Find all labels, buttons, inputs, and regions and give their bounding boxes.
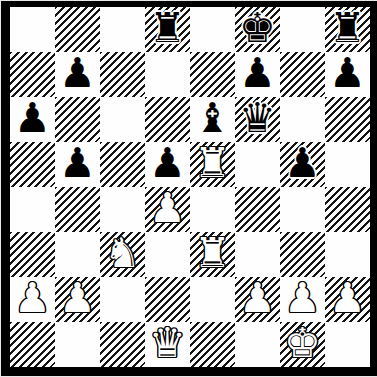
- square-h2[interactable]: ♟: [325, 277, 370, 322]
- square-b2[interactable]: ♟: [55, 277, 100, 322]
- square-a3[interactable]: [10, 232, 55, 277]
- piece-white-pawn[interactable]: ♟: [14, 276, 51, 321]
- square-d5[interactable]: ♟: [145, 142, 190, 187]
- square-h7[interactable]: ♟: [325, 52, 370, 97]
- square-a4[interactable]: [10, 187, 55, 232]
- square-g8[interactable]: [280, 7, 325, 52]
- square-g2[interactable]: ♟: [280, 277, 325, 322]
- square-c1[interactable]: [100, 322, 145, 367]
- square-d7[interactable]: [145, 52, 190, 97]
- square-e2[interactable]: [190, 277, 235, 322]
- square-f2[interactable]: ♟: [235, 277, 280, 322]
- square-c8[interactable]: [100, 7, 145, 52]
- square-a5[interactable]: [10, 142, 55, 187]
- piece-black-pawn[interactable]: ♟: [14, 96, 51, 141]
- square-d6[interactable]: [145, 97, 190, 142]
- square-b8[interactable]: [55, 7, 100, 52]
- square-g6[interactable]: [280, 97, 325, 142]
- square-g3[interactable]: [280, 232, 325, 277]
- square-c2[interactable]: [100, 277, 145, 322]
- square-g5[interactable]: ♟: [280, 142, 325, 187]
- square-e1[interactable]: [190, 322, 235, 367]
- square-h5[interactable]: [325, 142, 370, 187]
- piece-black-pawn[interactable]: ♟: [149, 141, 186, 186]
- piece-white-king[interactable]: ♚: [284, 321, 321, 366]
- square-e7[interactable]: [190, 52, 235, 97]
- square-a6[interactable]: ♟: [10, 97, 55, 142]
- piece-white-pawn[interactable]: ♟: [149, 186, 186, 231]
- piece-white-rook[interactable]: ♜: [194, 231, 231, 276]
- chess-board: ♜♚♜♟♟♟♟♝♛♟♟♜♟♟♞♜♟♟♟♟♟♛♚: [10, 7, 370, 367]
- square-f1[interactable]: [235, 322, 280, 367]
- piece-black-pawn[interactable]: ♟: [329, 51, 366, 96]
- piece-black-pawn[interactable]: ♟: [284, 141, 321, 186]
- square-f4[interactable]: [235, 187, 280, 232]
- square-f8[interactable]: ♚: [235, 7, 280, 52]
- square-h4[interactable]: [325, 187, 370, 232]
- square-a2[interactable]: ♟: [10, 277, 55, 322]
- piece-white-pawn[interactable]: ♟: [284, 276, 321, 321]
- square-e3[interactable]: ♜: [190, 232, 235, 277]
- square-c7[interactable]: [100, 52, 145, 97]
- square-b4[interactable]: [55, 187, 100, 232]
- square-b6[interactable]: [55, 97, 100, 142]
- square-d1[interactable]: ♛: [145, 322, 190, 367]
- square-f5[interactable]: [235, 142, 280, 187]
- square-d4[interactable]: ♟: [145, 187, 190, 232]
- piece-black-rook[interactable]: ♜: [149, 6, 186, 51]
- square-d2[interactable]: [145, 277, 190, 322]
- square-h6[interactable]: [325, 97, 370, 142]
- square-b7[interactable]: ♟: [55, 52, 100, 97]
- square-h1[interactable]: [325, 322, 370, 367]
- square-f6[interactable]: ♛: [235, 97, 280, 142]
- square-h3[interactable]: [325, 232, 370, 277]
- square-b5[interactable]: ♟: [55, 142, 100, 187]
- square-b3[interactable]: [55, 232, 100, 277]
- square-e5[interactable]: ♜: [190, 142, 235, 187]
- square-g1[interactable]: ♚: [280, 322, 325, 367]
- square-a7[interactable]: [10, 52, 55, 97]
- square-g4[interactable]: [280, 187, 325, 232]
- square-h8[interactable]: ♜: [325, 7, 370, 52]
- square-a8[interactable]: [10, 7, 55, 52]
- square-e4[interactable]: [190, 187, 235, 232]
- chess-board-frame: ♜♚♜♟♟♟♟♝♛♟♟♜♟♟♞♜♟♟♟♟♟♛♚: [1, 1, 377, 376]
- piece-black-queen[interactable]: ♛: [239, 96, 276, 141]
- square-f7[interactable]: ♟: [235, 52, 280, 97]
- piece-black-pawn[interactable]: ♟: [239, 51, 276, 96]
- piece-white-pawn[interactable]: ♟: [329, 276, 366, 321]
- square-a1[interactable]: [10, 322, 55, 367]
- piece-black-rook[interactable]: ♜: [329, 6, 366, 51]
- square-c5[interactable]: [100, 142, 145, 187]
- piece-black-pawn[interactable]: ♟: [59, 141, 96, 186]
- piece-black-king[interactable]: ♚: [239, 6, 276, 51]
- square-f3[interactable]: [235, 232, 280, 277]
- square-c3[interactable]: ♞: [100, 232, 145, 277]
- square-e6[interactable]: ♝: [190, 97, 235, 142]
- square-c6[interactable]: [100, 97, 145, 142]
- square-d8[interactable]: ♜: [145, 7, 190, 52]
- piece-black-bishop[interactable]: ♝: [194, 96, 231, 141]
- piece-white-pawn[interactable]: ♟: [239, 276, 276, 321]
- square-d3[interactable]: [145, 232, 190, 277]
- square-e8[interactable]: [190, 7, 235, 52]
- piece-white-knight[interactable]: ♞: [104, 231, 141, 276]
- square-g7[interactable]: [280, 52, 325, 97]
- square-b1[interactable]: [55, 322, 100, 367]
- piece-black-pawn[interactable]: ♟: [59, 51, 96, 96]
- piece-white-pawn[interactable]: ♟: [59, 276, 96, 321]
- piece-white-queen[interactable]: ♛: [149, 321, 186, 366]
- square-c4[interactable]: [100, 187, 145, 232]
- piece-white-rook[interactable]: ♜: [194, 141, 231, 186]
